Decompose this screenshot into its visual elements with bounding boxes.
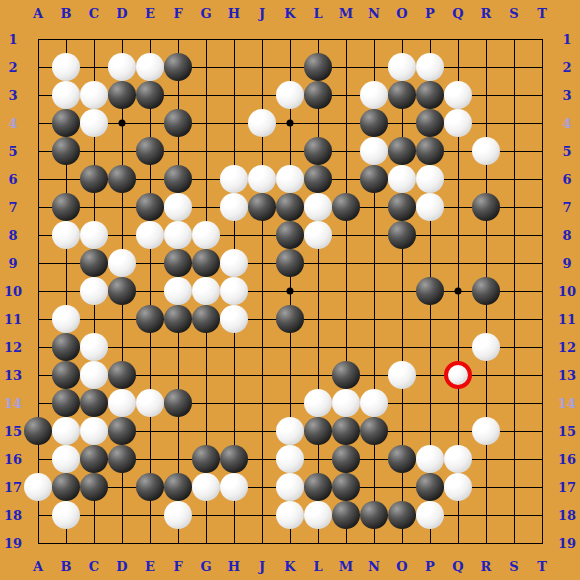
white-stone-B15: [52, 417, 80, 445]
black-stone-O16: [388, 445, 416, 473]
black-stone-B17: [52, 473, 80, 501]
black-stone-D16: [108, 445, 136, 473]
column-label-top-F: F: [173, 7, 182, 20]
white-stone-L14: [304, 389, 332, 417]
white-stone-P2: [416, 53, 444, 81]
row-label-left-15: 15: [4, 425, 22, 438]
star-point-K10: [287, 288, 294, 295]
black-stone-G9: [192, 249, 220, 277]
column-label-top-L: L: [313, 7, 322, 20]
black-stone-L15: [304, 417, 332, 445]
black-stone-P3: [416, 81, 444, 109]
row-label-right-3: 3: [562, 89, 571, 102]
row-label-right-5: 5: [562, 145, 571, 158]
column-label-top-O: O: [396, 7, 407, 20]
grid-line-horizontal: [38, 347, 543, 348]
white-stone-G10: [192, 277, 220, 305]
white-stone-K17: [276, 473, 304, 501]
white-stone-D2: [108, 53, 136, 81]
black-stone-D3: [108, 81, 136, 109]
black-stone-L17: [304, 473, 332, 501]
row-label-left-7: 7: [8, 201, 17, 214]
row-label-right-8: 8: [562, 229, 571, 242]
black-stone-M13: [332, 361, 360, 389]
white-stone-H7: [220, 193, 248, 221]
white-stone-P18: [416, 501, 444, 529]
row-label-left-10: 10: [4, 285, 22, 298]
row-label-left-4: 4: [8, 117, 17, 130]
white-stone-K15: [276, 417, 304, 445]
white-stone-F10: [164, 277, 192, 305]
row-label-right-12: 12: [558, 341, 576, 354]
column-label-bottom-K: K: [284, 560, 295, 573]
white-stone-R5: [472, 137, 500, 165]
white-stone-H6: [220, 165, 248, 193]
row-label-left-16: 16: [4, 453, 22, 466]
row-label-right-11: 11: [558, 313, 576, 326]
column-label-bottom-A: A: [33, 560, 43, 573]
white-stone-O6: [388, 165, 416, 193]
black-stone-K9: [276, 249, 304, 277]
black-stone-F14: [164, 389, 192, 417]
column-label-top-R: R: [481, 7, 492, 20]
white-stone-O13: [388, 361, 416, 389]
black-stone-G16: [192, 445, 220, 473]
column-label-top-A: A: [33, 7, 43, 20]
column-label-bottom-J: J: [259, 560, 265, 573]
black-stone-B7: [52, 193, 80, 221]
white-stone-C4: [80, 109, 108, 137]
row-label-right-7: 7: [562, 201, 571, 214]
black-stone-L5: [304, 137, 332, 165]
white-stone-Q13-last-move: [444, 361, 472, 389]
black-stone-N6: [360, 165, 388, 193]
row-label-left-5: 5: [8, 145, 17, 158]
white-stone-C8: [80, 221, 108, 249]
white-stone-B8: [52, 221, 80, 249]
white-stone-C13: [80, 361, 108, 389]
white-stone-F18: [164, 501, 192, 529]
column-label-top-N: N: [368, 7, 380, 20]
white-stone-A17: [24, 473, 52, 501]
column-label-top-M: M: [339, 7, 353, 20]
grid-line-horizontal: [38, 543, 543, 544]
white-stone-H11: [220, 305, 248, 333]
column-label-top-E: E: [145, 7, 155, 20]
black-stone-K11: [276, 305, 304, 333]
grid-line-vertical: [514, 39, 515, 544]
black-stone-E7: [136, 193, 164, 221]
white-stone-F7: [164, 193, 192, 221]
black-stone-P5: [416, 137, 444, 165]
white-stone-E2: [136, 53, 164, 81]
white-stone-B16: [52, 445, 80, 473]
white-stone-C15: [80, 417, 108, 445]
row-label-right-14: 14: [558, 397, 576, 410]
black-stone-A15: [24, 417, 52, 445]
black-stone-M17: [332, 473, 360, 501]
black-stone-F4: [164, 109, 192, 137]
white-stone-C3: [80, 81, 108, 109]
column-label-bottom-C: C: [89, 560, 99, 573]
row-label-right-17: 17: [558, 481, 576, 494]
black-stone-O5: [388, 137, 416, 165]
white-stone-K16: [276, 445, 304, 473]
white-stone-F8: [164, 221, 192, 249]
column-label-bottom-D: D: [116, 560, 127, 573]
white-stone-P6: [416, 165, 444, 193]
black-stone-C17: [80, 473, 108, 501]
row-label-right-13: 13: [558, 369, 576, 382]
column-label-bottom-M: M: [339, 560, 353, 573]
white-stone-K3: [276, 81, 304, 109]
black-stone-G11: [192, 305, 220, 333]
black-stone-N18: [360, 501, 388, 529]
white-stone-O2: [388, 53, 416, 81]
black-stone-F17: [164, 473, 192, 501]
black-stone-O7: [388, 193, 416, 221]
black-stone-O8: [388, 221, 416, 249]
white-stone-B3: [52, 81, 80, 109]
black-stone-C9: [80, 249, 108, 277]
white-stone-M14: [332, 389, 360, 417]
row-label-right-2: 2: [562, 61, 571, 74]
star-point-K4: [287, 120, 294, 127]
white-stone-R15: [472, 417, 500, 445]
row-label-right-16: 16: [558, 453, 576, 466]
black-stone-L2: [304, 53, 332, 81]
black-stone-F6: [164, 165, 192, 193]
white-stone-Q3: [444, 81, 472, 109]
white-stone-B2: [52, 53, 80, 81]
row-label-right-9: 9: [562, 257, 571, 270]
black-stone-P4: [416, 109, 444, 137]
column-label-top-T: T: [537, 7, 547, 20]
column-label-top-J: J: [259, 7, 265, 20]
white-stone-Q16: [444, 445, 472, 473]
column-label-top-Q: Q: [452, 7, 463, 20]
row-label-right-4: 4: [562, 117, 571, 130]
white-stone-Q17: [444, 473, 472, 501]
white-stone-D9: [108, 249, 136, 277]
white-stone-E8: [136, 221, 164, 249]
white-stone-H17: [220, 473, 248, 501]
row-label-right-15: 15: [558, 425, 576, 438]
black-stone-R10: [472, 277, 500, 305]
row-label-left-1: 1: [8, 33, 17, 46]
column-label-top-K: K: [284, 7, 295, 20]
white-stone-N14: [360, 389, 388, 417]
white-stone-H10: [220, 277, 248, 305]
black-stone-D6: [108, 165, 136, 193]
black-stone-R7: [472, 193, 500, 221]
black-stone-E5: [136, 137, 164, 165]
row-label-right-1: 1: [562, 33, 571, 46]
column-label-top-G: G: [200, 7, 211, 20]
star-point-D4: [119, 120, 126, 127]
white-stone-D14: [108, 389, 136, 417]
black-stone-K7: [276, 193, 304, 221]
white-stone-C12: [80, 333, 108, 361]
black-stone-F2: [164, 53, 192, 81]
black-stone-D13: [108, 361, 136, 389]
white-stone-G17: [192, 473, 220, 501]
row-label-left-14: 14: [4, 397, 22, 410]
white-stone-Q4: [444, 109, 472, 137]
white-stone-K18: [276, 501, 304, 529]
black-stone-F9: [164, 249, 192, 277]
column-label-bottom-S: S: [509, 560, 518, 573]
white-stone-H9: [220, 249, 248, 277]
row-label-left-17: 17: [4, 481, 22, 494]
black-stone-O3: [388, 81, 416, 109]
column-label-top-P: P: [425, 7, 435, 20]
black-stone-B14: [52, 389, 80, 417]
row-label-left-9: 9: [8, 257, 17, 270]
black-stone-B13: [52, 361, 80, 389]
black-stone-M18: [332, 501, 360, 529]
white-stone-B11: [52, 305, 80, 333]
black-stone-B4: [52, 109, 80, 137]
black-stone-J7: [248, 193, 276, 221]
column-label-top-D: D: [116, 7, 127, 20]
white-stone-L18: [304, 501, 332, 529]
column-label-bottom-B: B: [61, 560, 72, 573]
row-label-right-6: 6: [562, 173, 571, 186]
row-label-left-11: 11: [4, 313, 22, 326]
black-stone-D10: [108, 277, 136, 305]
row-label-left-19: 19: [4, 537, 22, 550]
black-stone-E11: [136, 305, 164, 333]
column-label-bottom-G: G: [200, 560, 211, 573]
black-stone-O18: [388, 501, 416, 529]
black-stone-N4: [360, 109, 388, 137]
column-label-bottom-P: P: [425, 560, 435, 573]
column-label-top-S: S: [509, 7, 518, 20]
black-stone-M15: [332, 417, 360, 445]
black-stone-C14: [80, 389, 108, 417]
column-label-bottom-F: F: [173, 560, 182, 573]
white-stone-R12: [472, 333, 500, 361]
white-stone-N5: [360, 137, 388, 165]
black-stone-B5: [52, 137, 80, 165]
black-stone-C16: [80, 445, 108, 473]
row-label-left-13: 13: [4, 369, 22, 382]
black-stone-E17: [136, 473, 164, 501]
black-stone-P10: [416, 277, 444, 305]
column-label-top-H: H: [228, 7, 240, 20]
white-stone-J6: [248, 165, 276, 193]
black-stone-M16: [332, 445, 360, 473]
white-stone-L8: [304, 221, 332, 249]
black-stone-C6: [80, 165, 108, 193]
row-label-right-10: 10: [558, 285, 576, 298]
column-label-bottom-T: T: [537, 560, 547, 573]
column-label-top-B: B: [61, 7, 72, 20]
black-stone-P17: [416, 473, 444, 501]
black-stone-N15: [360, 417, 388, 445]
black-stone-D15: [108, 417, 136, 445]
column-label-bottom-O: O: [396, 560, 407, 573]
column-label-top-C: C: [89, 7, 99, 20]
row-label-left-2: 2: [8, 61, 17, 74]
white-stone-K6: [276, 165, 304, 193]
white-stone-C10: [80, 277, 108, 305]
row-label-left-8: 8: [8, 229, 17, 242]
white-stone-B18: [52, 501, 80, 529]
black-stone-L3: [304, 81, 332, 109]
row-label-left-6: 6: [8, 173, 17, 186]
white-stone-G8: [192, 221, 220, 249]
black-stone-K8: [276, 221, 304, 249]
black-stone-F11: [164, 305, 192, 333]
black-stone-M7: [332, 193, 360, 221]
go-board[interactable]: AABBCCDDEEFFGGHHJJKKLLMMNNOOPPQQRRSSTT11…: [0, 0, 580, 580]
row-label-left-18: 18: [4, 509, 22, 522]
white-stone-L7: [304, 193, 332, 221]
black-stone-H16: [220, 445, 248, 473]
column-label-bottom-L: L: [313, 560, 322, 573]
row-label-left-12: 12: [4, 341, 22, 354]
black-stone-E3: [136, 81, 164, 109]
white-stone-N3: [360, 81, 388, 109]
black-stone-B12: [52, 333, 80, 361]
white-stone-P16: [416, 445, 444, 473]
column-label-bottom-H: H: [228, 560, 240, 573]
grid-line-vertical: [542, 39, 543, 544]
row-label-right-18: 18: [558, 509, 576, 522]
row-label-right-19: 19: [558, 537, 576, 550]
column-label-bottom-E: E: [145, 560, 155, 573]
column-label-bottom-N: N: [368, 560, 380, 573]
column-label-bottom-R: R: [481, 560, 492, 573]
column-label-bottom-Q: Q: [452, 560, 463, 573]
black-stone-L6: [304, 165, 332, 193]
white-stone-E14: [136, 389, 164, 417]
star-point-Q10: [455, 288, 462, 295]
grid-line-vertical: [318, 39, 319, 544]
white-stone-J4: [248, 109, 276, 137]
row-label-left-3: 3: [8, 89, 17, 102]
white-stone-P7: [416, 193, 444, 221]
